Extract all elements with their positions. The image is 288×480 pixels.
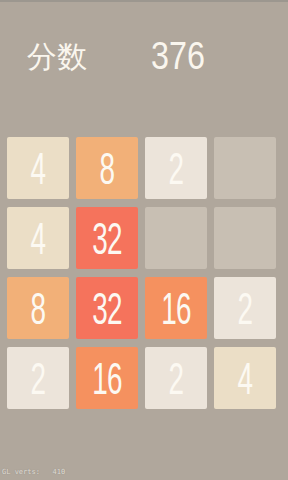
tile-2-r4c1: 2 [7, 347, 69, 409]
tile-2-r4c3: 2 [145, 347, 207, 409]
tile-number: 32 [92, 286, 122, 331]
tile-number: 2 [169, 146, 184, 191]
tile-8-r3c1: 8 [7, 277, 69, 339]
score-label: 分数 [27, 42, 87, 72]
tile-number: 8 [100, 146, 115, 191]
tile-number: 2 [31, 356, 46, 401]
debug-overlay: GL verts: 410 GL calls: 33 57.6 / 0.007 [2, 451, 65, 480]
score-value: 376 [151, 37, 205, 75]
tile-4-r2c1: 4 [7, 207, 69, 269]
tile-8-r1c2: 8 [76, 137, 138, 199]
tile-number: 2 [238, 286, 253, 331]
tile-32-r2c2: 32 [76, 207, 138, 269]
debug-gl-verts: GL verts: 410 [2, 468, 65, 477]
tile-number: 32 [92, 216, 122, 261]
tile-16-r3c3: 16 [145, 277, 207, 339]
game-screen: 分数 376 48243283216221624 GL verts: 410 G… [0, 0, 288, 480]
screen-top-edge [0, 0, 288, 2]
tile-number: 4 [238, 356, 253, 401]
tile-4-r4c4: 4 [214, 347, 276, 409]
tile-number: 16 [92, 356, 122, 401]
tile-number: 16 [161, 286, 191, 331]
empty-cell-r2c3 [145, 207, 207, 269]
tile-number: 8 [31, 286, 46, 331]
tile-number: 2 [169, 356, 184, 401]
tile-16-r4c2: 16 [76, 347, 138, 409]
empty-cell-r1c4 [214, 137, 276, 199]
board-grid[interactable]: 48243283216221624 [7, 137, 276, 409]
tile-2-r1c3: 2 [145, 137, 207, 199]
empty-cell-r2c4 [214, 207, 276, 269]
tile-number: 4 [31, 216, 46, 261]
tile-4-r1c1: 4 [7, 137, 69, 199]
tile-number: 4 [31, 146, 46, 191]
tile-32-r3c2: 32 [76, 277, 138, 339]
tile-2-r3c4: 2 [214, 277, 276, 339]
